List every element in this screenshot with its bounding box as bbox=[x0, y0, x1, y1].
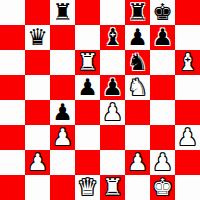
square-c4[interactable]: ♟ bbox=[50, 100, 75, 125]
white-pawn-icon[interactable]: ♟ bbox=[125, 150, 150, 175]
square-h3[interactable]: ♟ bbox=[175, 125, 200, 150]
square-a4[interactable] bbox=[0, 100, 25, 125]
white-queen-icon[interactable]: ♛ bbox=[75, 175, 100, 200]
square-g6[interactable] bbox=[150, 50, 175, 75]
black-rook-icon[interactable]: ♜ bbox=[125, 0, 150, 25]
square-d1[interactable]: ♛ bbox=[75, 175, 100, 200]
square-d8[interactable] bbox=[75, 0, 100, 25]
square-a2[interactable] bbox=[0, 150, 25, 175]
square-g3[interactable] bbox=[150, 125, 175, 150]
white-rook-icon[interactable]: ♜ bbox=[100, 175, 125, 200]
square-g4[interactable] bbox=[150, 100, 175, 125]
square-c3[interactable]: ♟ bbox=[50, 125, 75, 150]
black-pawn-icon[interactable]: ♟ bbox=[100, 75, 125, 100]
white-rook-icon[interactable]: ♜ bbox=[75, 50, 100, 75]
square-a5[interactable] bbox=[0, 75, 25, 100]
square-h2[interactable] bbox=[175, 150, 200, 175]
square-h7[interactable] bbox=[175, 25, 200, 50]
black-rook-icon[interactable]: ♜ bbox=[50, 0, 75, 25]
white-pawn-icon[interactable]: ♟ bbox=[25, 150, 50, 175]
square-a6[interactable] bbox=[0, 50, 25, 75]
square-b6[interactable] bbox=[25, 50, 50, 75]
square-b3[interactable] bbox=[25, 125, 50, 150]
square-b1[interactable] bbox=[25, 175, 50, 200]
square-d4[interactable] bbox=[75, 100, 100, 125]
square-d5[interactable]: ♟ bbox=[75, 75, 100, 100]
square-h5[interactable] bbox=[175, 75, 200, 100]
square-a8[interactable] bbox=[0, 0, 25, 25]
black-pawn-icon[interactable]: ♟ bbox=[125, 25, 150, 50]
square-h6[interactable]: ♝ bbox=[175, 50, 200, 75]
square-c8[interactable]: ♜ bbox=[50, 0, 75, 25]
square-e3[interactable] bbox=[100, 125, 125, 150]
square-c7[interactable] bbox=[50, 25, 75, 50]
square-g1[interactable]: ♚ bbox=[150, 175, 175, 200]
square-e4[interactable]: ♟ bbox=[100, 100, 125, 125]
square-f1[interactable] bbox=[125, 175, 150, 200]
square-c2[interactable] bbox=[50, 150, 75, 175]
square-e6[interactable] bbox=[100, 50, 125, 75]
square-c1[interactable] bbox=[50, 175, 75, 200]
square-f6[interactable]: ♞ bbox=[125, 50, 150, 75]
square-b5[interactable] bbox=[25, 75, 50, 100]
square-d3[interactable] bbox=[75, 125, 100, 150]
black-queen-icon[interactable]: ♛ bbox=[25, 25, 50, 50]
square-e5[interactable]: ♟ bbox=[100, 75, 125, 100]
square-d2[interactable] bbox=[75, 150, 100, 175]
white-pawn-icon[interactable]: ♟ bbox=[150, 150, 175, 175]
black-pawn-icon[interactable]: ♟ bbox=[75, 75, 100, 100]
square-g5[interactable] bbox=[150, 75, 175, 100]
square-b8[interactable] bbox=[25, 0, 50, 25]
black-knight-icon[interactable]: ♞ bbox=[125, 50, 150, 75]
square-g8[interactable]: ♚ bbox=[150, 0, 175, 25]
square-e2[interactable] bbox=[100, 150, 125, 175]
square-h4[interactable] bbox=[175, 100, 200, 125]
square-d6[interactable]: ♜ bbox=[75, 50, 100, 75]
square-h1[interactable] bbox=[175, 175, 200, 200]
chess-board: ♜♜♚♛♝♟♟♜♞♝♟♟♞♟♟♟♟♟♟♟♛♜♚ bbox=[0, 0, 200, 200]
black-pawn-icon[interactable]: ♟ bbox=[50, 100, 75, 125]
black-pawn-icon[interactable]: ♟ bbox=[150, 25, 175, 50]
square-b2[interactable]: ♟ bbox=[25, 150, 50, 175]
black-king-icon[interactable]: ♚ bbox=[150, 0, 175, 25]
white-pawn-icon[interactable]: ♟ bbox=[50, 125, 75, 150]
white-pawn-icon[interactable]: ♟ bbox=[100, 100, 125, 125]
square-g2[interactable]: ♟ bbox=[150, 150, 175, 175]
square-b4[interactable] bbox=[25, 100, 50, 125]
square-g7[interactable]: ♟ bbox=[150, 25, 175, 50]
square-f7[interactable]: ♟ bbox=[125, 25, 150, 50]
square-f4[interactable] bbox=[125, 100, 150, 125]
square-a7[interactable] bbox=[0, 25, 25, 50]
square-h8[interactable] bbox=[175, 0, 200, 25]
white-bishop-icon[interactable]: ♝ bbox=[175, 50, 200, 75]
square-d7[interactable] bbox=[75, 25, 100, 50]
square-e8[interactable] bbox=[100, 0, 125, 25]
square-f5[interactable]: ♞ bbox=[125, 75, 150, 100]
square-c5[interactable] bbox=[50, 75, 75, 100]
white-pawn-icon[interactable]: ♟ bbox=[175, 125, 200, 150]
square-b7[interactable]: ♛ bbox=[25, 25, 50, 50]
square-c6[interactable] bbox=[50, 50, 75, 75]
square-f8[interactable]: ♜ bbox=[125, 0, 150, 25]
white-king-icon[interactable]: ♚ bbox=[150, 175, 175, 200]
white-knight-icon[interactable]: ♞ bbox=[125, 75, 150, 100]
square-a1[interactable] bbox=[0, 175, 25, 200]
square-e7[interactable]: ♝ bbox=[100, 25, 125, 50]
black-bishop-icon[interactable]: ♝ bbox=[100, 25, 125, 50]
square-e1[interactable]: ♜ bbox=[100, 175, 125, 200]
square-f2[interactable]: ♟ bbox=[125, 150, 150, 175]
square-a3[interactable] bbox=[0, 125, 25, 150]
square-f3[interactable] bbox=[125, 125, 150, 150]
